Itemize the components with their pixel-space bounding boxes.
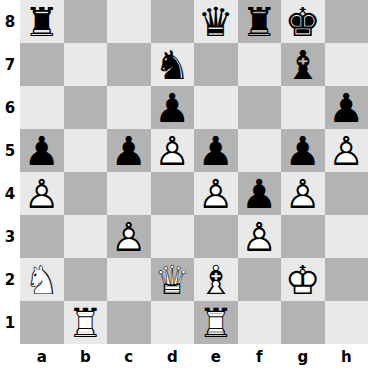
square-e4[interactable]: ♟♙ (194, 172, 238, 215)
square-e5[interactable]: ♟ (194, 129, 238, 172)
black-pawn[interactable]: ♟ (281, 129, 325, 172)
piece-outline: ♙ (281, 172, 325, 215)
square-c7[interactable] (107, 43, 151, 86)
square-c8[interactable] (107, 0, 151, 43)
file-label-d: d (151, 344, 195, 369)
square-f8[interactable]: ♜ (238, 0, 282, 43)
square-a8[interactable]: ♜ (20, 0, 64, 43)
square-b2[interactable] (64, 258, 108, 301)
white-knight[interactable]: ♞♘ (20, 258, 64, 301)
square-d1[interactable] (151, 301, 195, 344)
black-pawn[interactable]: ♟ (194, 129, 238, 172)
piece-glyph: ♝ (281, 43, 325, 86)
square-g1[interactable] (281, 301, 325, 344)
square-d4[interactable] (151, 172, 195, 215)
square-f2[interactable] (238, 258, 282, 301)
square-f7[interactable] (238, 43, 282, 86)
white-rook[interactable]: ♜♖ (194, 301, 238, 344)
white-king[interactable]: ♚♔ (281, 258, 325, 301)
rank-label-5: 5 (0, 129, 20, 172)
rank-label-8: 8 (0, 0, 20, 43)
square-e1[interactable]: ♜♖ (194, 301, 238, 344)
white-pawn[interactable]: ♟♙ (194, 172, 238, 215)
square-g6[interactable] (281, 86, 325, 129)
square-e2[interactable]: ♝♗ (194, 258, 238, 301)
file-label-f: f (238, 344, 282, 369)
chess-board-diagram: 8♜♛♜♚7♞♝6♟♟5♟♟♟♙♟♟♟♙4♟♙♟♙♟♟♙3♟♙♟♙2♞♘♛♕♝♗… (0, 0, 368, 369)
piece-outline: ♙ (107, 215, 151, 258)
piece-glyph: ♟ (238, 172, 282, 215)
square-f6[interactable] (238, 86, 282, 129)
black-rook[interactable]: ♜ (238, 0, 282, 43)
square-g3[interactable] (281, 215, 325, 258)
piece-outline: ♕ (151, 258, 195, 301)
file-label-a: a (20, 344, 64, 369)
black-pawn[interactable]: ♟ (107, 129, 151, 172)
white-pawn[interactable]: ♟♙ (107, 215, 151, 258)
black-pawn[interactable]: ♟ (151, 86, 195, 129)
piece-glyph: ♛ (194, 0, 238, 43)
square-b6[interactable] (64, 86, 108, 129)
square-h6[interactable]: ♟ (325, 86, 368, 129)
piece-glyph: ♟ (107, 129, 151, 172)
square-e3[interactable] (194, 215, 238, 258)
square-g2[interactable]: ♚♔ (281, 258, 325, 301)
square-c3[interactable]: ♟♙ (107, 215, 151, 258)
square-a7[interactable] (20, 43, 64, 86)
rank-label-2: 2 (0, 258, 20, 301)
white-pawn[interactable]: ♟♙ (281, 172, 325, 215)
piece-glyph: ♟ (325, 86, 368, 129)
square-d8[interactable] (151, 0, 195, 43)
piece-outline: ♙ (151, 129, 195, 172)
black-king[interactable]: ♚ (281, 0, 325, 43)
square-f3[interactable]: ♟♙ (238, 215, 282, 258)
square-c1[interactable] (107, 301, 151, 344)
file-label-h: h (325, 344, 368, 369)
piece-glyph: ♞ (151, 43, 195, 86)
square-g5[interactable]: ♟ (281, 129, 325, 172)
white-pawn[interactable]: ♟♙ (151, 129, 195, 172)
square-f1[interactable] (238, 301, 282, 344)
piece-glyph: ♜ (20, 0, 64, 43)
black-queen[interactable]: ♛ (194, 0, 238, 43)
white-pawn[interactable]: ♟♙ (20, 172, 64, 215)
rank-label-7: 7 (0, 43, 20, 86)
square-b5[interactable] (64, 129, 108, 172)
square-a3[interactable] (20, 215, 64, 258)
black-rook[interactable]: ♜ (20, 0, 64, 43)
square-d6[interactable]: ♟ (151, 86, 195, 129)
rank-label-4: 4 (0, 172, 20, 215)
black-pawn[interactable]: ♟ (238, 172, 282, 215)
black-pawn[interactable]: ♟ (20, 129, 64, 172)
piece-glyph: ♟ (281, 129, 325, 172)
black-knight[interactable]: ♞ (151, 43, 195, 86)
square-b8[interactable] (64, 0, 108, 43)
square-g8[interactable]: ♚ (281, 0, 325, 43)
square-d7[interactable]: ♞ (151, 43, 195, 86)
piece-outline: ♙ (20, 172, 64, 215)
piece-outline: ♗ (194, 258, 238, 301)
square-c4[interactable] (107, 172, 151, 215)
piece-outline: ♖ (64, 301, 108, 344)
piece-glyph: ♟ (20, 129, 64, 172)
square-h7[interactable] (325, 43, 368, 86)
piece-outline: ♖ (194, 301, 238, 344)
square-a1[interactable] (20, 301, 64, 344)
white-queen[interactable]: ♛♕ (151, 258, 195, 301)
square-a5[interactable]: ♟ (20, 129, 64, 172)
piece-glyph: ♟ (151, 86, 195, 129)
square-d2[interactable]: ♛♕ (151, 258, 195, 301)
square-h4[interactable] (325, 172, 368, 215)
rank-label-1: 1 (0, 301, 20, 344)
square-h2[interactable] (325, 258, 368, 301)
white-pawn[interactable]: ♟♙ (238, 215, 282, 258)
square-c5[interactable]: ♟ (107, 129, 151, 172)
square-c2[interactable] (107, 258, 151, 301)
square-h3[interactable] (325, 215, 368, 258)
white-rook[interactable]: ♜♖ (64, 301, 108, 344)
piece-glyph: ♚ (281, 0, 325, 43)
white-pawn[interactable]: ♟♙ (325, 129, 368, 172)
square-b1[interactable]: ♜♖ (64, 301, 108, 344)
square-b7[interactable] (64, 43, 108, 86)
square-e8[interactable]: ♛ (194, 0, 238, 43)
piece-outline: ♔ (281, 258, 325, 301)
board-corner-spacer (0, 344, 20, 369)
file-label-c: c (107, 344, 151, 369)
piece-outline: ♙ (238, 215, 282, 258)
file-label-g: g (281, 344, 325, 369)
black-bishop[interactable]: ♝ (281, 43, 325, 86)
square-a6[interactable] (20, 86, 64, 129)
piece-glyph: ♟ (194, 129, 238, 172)
square-b4[interactable] (64, 172, 108, 215)
square-a4[interactable]: ♟♙ (20, 172, 64, 215)
square-d3[interactable] (151, 215, 195, 258)
piece-outline: ♘ (20, 258, 64, 301)
file-label-b: b (64, 344, 108, 369)
piece-outline: ♙ (325, 129, 368, 172)
square-f5[interactable] (238, 129, 282, 172)
rank-label-3: 3 (0, 215, 20, 258)
square-d5[interactable]: ♟♙ (151, 129, 195, 172)
square-e6[interactable] (194, 86, 238, 129)
square-a2[interactable]: ♞♘ (20, 258, 64, 301)
square-g7[interactable]: ♝ (281, 43, 325, 86)
rank-label-6: 6 (0, 86, 20, 129)
square-g4[interactable]: ♟♙ (281, 172, 325, 215)
square-h1[interactable] (325, 301, 368, 344)
square-c6[interactable] (107, 86, 151, 129)
square-h8[interactable] (325, 0, 368, 43)
piece-outline: ♙ (194, 172, 238, 215)
square-h5[interactable]: ♟♙ (325, 129, 368, 172)
piece-glyph: ♜ (238, 0, 282, 43)
black-pawn[interactable]: ♟ (325, 86, 368, 129)
white-bishop[interactable]: ♝♗ (194, 258, 238, 301)
file-label-e: e (194, 344, 238, 369)
square-e7[interactable] (194, 43, 238, 86)
square-f4[interactable]: ♟ (238, 172, 282, 215)
square-b3[interactable] (64, 215, 108, 258)
